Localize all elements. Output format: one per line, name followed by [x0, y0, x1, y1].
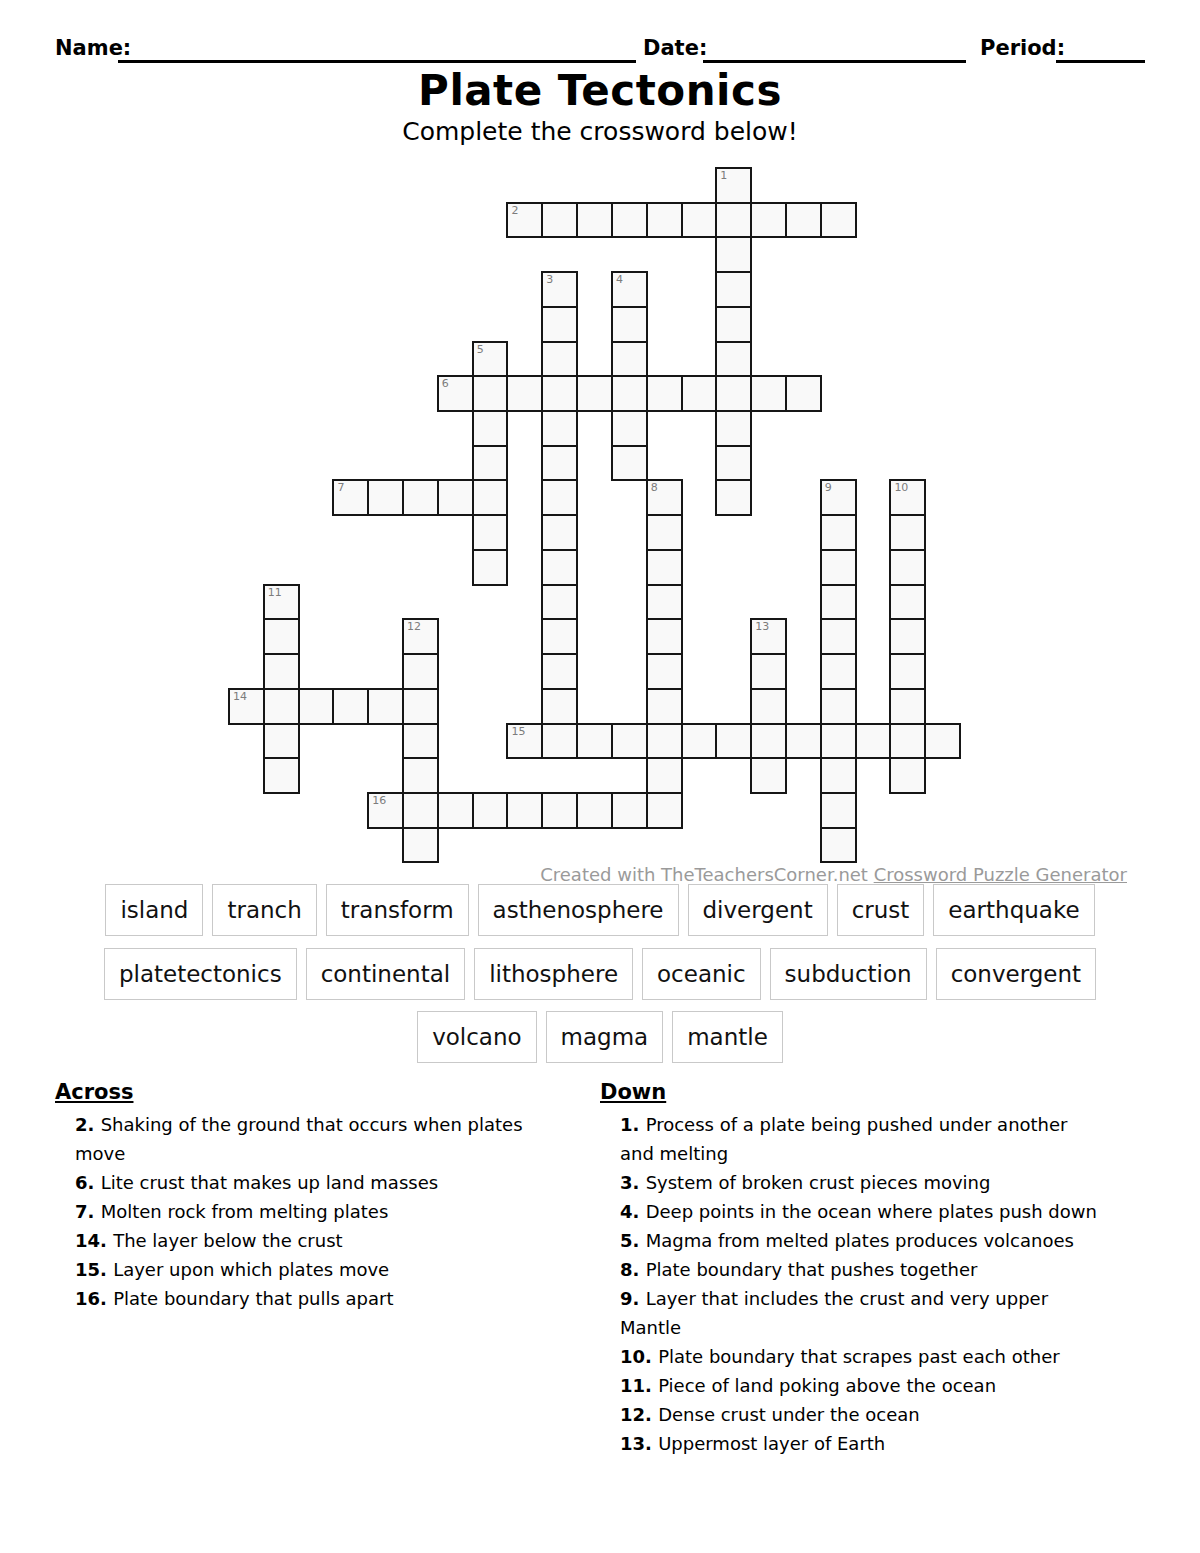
clue-number: 13 [755, 621, 769, 633]
clue-number-label: 6. [75, 1172, 101, 1193]
cell-r18-c12[interactable] [646, 792, 683, 829]
clue-number: 10 [894, 482, 908, 494]
cell-r10-c12[interactable] [646, 514, 683, 551]
cell-r13-c19[interactable] [889, 618, 926, 655]
date-label: Date: [643, 36, 707, 60]
clue-across-2: 2. Shaking of the ground that occurs whe… [75, 1110, 545, 1168]
clue-number-label: 3. [620, 1172, 646, 1193]
cell-r4-c14[interactable] [715, 306, 752, 343]
down-clue-list: 1. Process of a plate being pushed under… [600, 1110, 1105, 1458]
word-bank-item-asthenosphere: asthenosphere [478, 884, 679, 936]
word-bank-item-divergent: divergent [688, 884, 828, 936]
attribution-link[interactable]: Crossword Puzzle Generator [874, 864, 1127, 885]
cell-r6-c9[interactable] [541, 375, 578, 412]
cell-r9-c4[interactable] [367, 479, 404, 516]
cell-r16-c13[interactable] [681, 723, 718, 760]
cell-r8-c14[interactable] [715, 445, 752, 482]
cell-r12-c19[interactable] [889, 584, 926, 621]
name-blank-line[interactable] [118, 38, 636, 63]
cell-r5-c11[interactable] [611, 341, 648, 378]
across-clue-list: 2. Shaking of the ground that occurs whe… [55, 1110, 545, 1313]
cell-r1-c10[interactable] [576, 202, 613, 239]
cell-r10-c7[interactable] [472, 514, 509, 551]
cell-r16-c10[interactable] [576, 723, 613, 760]
clue-down-8: 8. Plate boundary that pushes together [620, 1255, 1105, 1284]
cell-r1-c12[interactable] [646, 202, 683, 239]
cell-r1-c17[interactable] [820, 202, 857, 239]
clue-across-16: 16. Plate boundary that pulls apart [75, 1284, 545, 1313]
cell-r15-c15[interactable] [750, 688, 787, 725]
word-bank-row-3: volcanomagmamantle [0, 1011, 1200, 1063]
cell-r15-c12[interactable] [646, 688, 683, 725]
worksheet-page: Name: Date: Period: Plate Tectonics Comp… [0, 0, 1200, 1553]
clue-number: 5 [477, 344, 484, 356]
word-bank-item-convergent: convergent [936, 948, 1096, 1000]
cell-r7-c9[interactable] [541, 410, 578, 447]
cell-r10-c19[interactable] [889, 514, 926, 551]
cell-r9-c5[interactable] [402, 479, 439, 516]
cell-r13-c5[interactable]: 12 [402, 618, 439, 655]
clue-number-label: 1. [620, 1114, 646, 1135]
cell-r2-c14[interactable] [715, 236, 752, 273]
cell-r16-c12[interactable] [646, 723, 683, 760]
clue-number-label: 14. [75, 1230, 113, 1251]
word-bank-item-transform: transform [326, 884, 469, 936]
cell-r13-c9[interactable] [541, 618, 578, 655]
word-bank-item-mantle: mantle [672, 1011, 783, 1063]
cell-r14-c19[interactable] [889, 653, 926, 690]
clue-number-label: 7. [75, 1201, 101, 1222]
word-bank-item-earthquake: earthquake [933, 884, 1094, 936]
cell-r12-c12[interactable] [646, 584, 683, 621]
cell-r6-c16[interactable] [785, 375, 822, 412]
clue-number-label: 2. [75, 1114, 101, 1135]
cell-r16-c20[interactable] [924, 723, 961, 760]
clue-number-label: 12. [620, 1404, 658, 1425]
clue-number: 15 [511, 726, 525, 738]
cell-r7-c14[interactable] [715, 410, 752, 447]
word-bank-item-subduction: subduction [770, 948, 927, 1000]
cell-r1-c8[interactable]: 2 [506, 202, 543, 239]
cell-r18-c4[interactable]: 16 [367, 792, 404, 829]
clue-down-12: 12. Dense crust under the ocean [620, 1400, 1105, 1429]
clue-across-14: 14. The layer below the crust [75, 1226, 545, 1255]
clue-number-label: 9. [620, 1288, 646, 1309]
cell-r16-c19[interactable] [889, 723, 926, 760]
clue-number: 7 [337, 482, 344, 494]
cell-r1-c11[interactable] [611, 202, 648, 239]
clue-number: 4 [616, 274, 623, 286]
cell-r9-c14[interactable] [715, 479, 752, 516]
cell-r1-c14[interactable] [715, 202, 752, 239]
clue-number-label: 11. [620, 1375, 658, 1396]
cell-r18-c10[interactable] [576, 792, 613, 829]
cell-r8-c7[interactable] [472, 445, 509, 482]
cell-r6-c15[interactable] [750, 375, 787, 412]
cell-r17-c15[interactable] [750, 757, 787, 794]
cell-r18-c8[interactable] [506, 792, 543, 829]
cell-r18-c7[interactable] [472, 792, 509, 829]
cell-r15-c9[interactable] [541, 688, 578, 725]
cell-r5-c14[interactable] [715, 341, 752, 378]
cell-r15-c5[interactable] [402, 688, 439, 725]
cell-r9-c9[interactable] [541, 479, 578, 516]
cell-r17-c5[interactable] [402, 757, 439, 794]
cell-r13-c17[interactable] [820, 618, 857, 655]
cell-r6-c10[interactable] [576, 375, 613, 412]
word-bank-row-2: platetectonicscontinentallithosphereocea… [0, 948, 1200, 1000]
cell-r16-c5[interactable] [402, 723, 439, 760]
cell-r4-c11[interactable] [611, 306, 648, 343]
clue-down-1: 1. Process of a plate being pushed under… [620, 1110, 1105, 1168]
cell-r13-c12[interactable] [646, 618, 683, 655]
cell-r9-c3[interactable]: 7 [332, 479, 369, 516]
cell-r14-c5[interactable] [402, 653, 439, 690]
clue-number: 6 [442, 378, 449, 390]
word-bank-item-magma: magma [546, 1011, 664, 1063]
cell-r16-c16[interactable] [785, 723, 822, 760]
cell-r16-c9[interactable] [541, 723, 578, 760]
cell-r15-c1[interactable] [263, 688, 300, 725]
cell-r11-c7[interactable] [472, 549, 509, 586]
cell-r11-c17[interactable] [820, 549, 857, 586]
cell-r7-c11[interactable] [611, 410, 648, 447]
cell-r16-c8[interactable]: 15 [506, 723, 543, 760]
cell-r11-c19[interactable] [889, 549, 926, 586]
cell-r6-c11[interactable] [611, 375, 648, 412]
clue-down-13: 13. Uppermost layer of Earth [620, 1429, 1105, 1458]
cell-r6-c13[interactable] [681, 375, 718, 412]
clue-number: 14 [233, 691, 247, 703]
cell-r6-c7[interactable] [472, 375, 509, 412]
cell-r6-c12[interactable] [646, 375, 683, 412]
clue-number: 16 [372, 795, 386, 807]
cell-r18-c6[interactable] [437, 792, 474, 829]
cell-r18-c9[interactable] [541, 792, 578, 829]
cell-r14-c12[interactable] [646, 653, 683, 690]
word-bank-item-platetectonics: platetectonics [104, 948, 297, 1000]
cell-r15-c3[interactable] [332, 688, 369, 725]
cell-r18-c11[interactable] [611, 792, 648, 829]
cell-r5-c7[interactable]: 5 [472, 341, 509, 378]
clue-number: 2 [511, 205, 518, 217]
cell-r15-c17[interactable] [820, 688, 857, 725]
period-label: Period: [980, 36, 1065, 60]
word-bank-item-crust: crust [837, 884, 925, 936]
cell-r15-c2[interactable] [298, 688, 335, 725]
clue-number: 12 [407, 621, 421, 633]
cell-r14-c9[interactable] [541, 653, 578, 690]
down-clues-section: Down 1. Process of a plate being pushed … [600, 1080, 1105, 1458]
period-blank-line[interactable] [1056, 38, 1145, 63]
cell-r17-c12[interactable] [646, 757, 683, 794]
clue-down-3: 3. System of broken crust pieces moving [620, 1168, 1105, 1197]
cell-r1-c16[interactable] [785, 202, 822, 239]
clue-number-label: 13. [620, 1433, 658, 1454]
cell-r19-c17[interactable] [820, 827, 857, 864]
cell-r16-c11[interactable] [611, 723, 648, 760]
word-bank-row-1: islandtranchtransformasthenospherediverg… [0, 884, 1200, 936]
cell-r16-c18[interactable] [855, 723, 892, 760]
cell-r12-c1[interactable]: 11 [263, 584, 300, 621]
cell-r1-c13[interactable] [681, 202, 718, 239]
cell-r6-c14[interactable] [715, 375, 752, 412]
clue-down-11: 11. Piece of land poking above the ocean [620, 1371, 1105, 1400]
attribution-text: Created with TheTeachersCorner.net [540, 864, 873, 885]
cell-r16-c14[interactable] [715, 723, 752, 760]
clue-down-10: 10. Plate boundary that scrapes past eac… [620, 1342, 1105, 1371]
cell-r11-c9[interactable] [541, 549, 578, 586]
cell-r9-c12[interactable]: 8 [646, 479, 683, 516]
page-subtitle: Complete the crossword below! [0, 117, 1200, 146]
word-bank-item-island: island [105, 884, 203, 936]
cell-r4-c9[interactable] [541, 306, 578, 343]
cell-r18-c17[interactable] [820, 792, 857, 829]
across-heading: Across [55, 1080, 545, 1104]
page-title: Plate Tectonics [0, 66, 1200, 115]
cell-r0-c14[interactable]: 1 [715, 167, 752, 204]
cell-r1-c9[interactable] [541, 202, 578, 239]
cell-r3-c11[interactable]: 4 [611, 271, 648, 308]
cell-r11-c12[interactable] [646, 549, 683, 586]
clue-number-label: 8. [620, 1259, 646, 1280]
word-bank-item-tranch: tranch [212, 884, 316, 936]
cell-r8-c11[interactable] [611, 445, 648, 482]
attribution: Created with TheTeachersCorner.net Cross… [0, 864, 1127, 885]
word-bank-item-volcano: volcano [417, 1011, 536, 1063]
cell-r7-c7[interactable] [472, 410, 509, 447]
clue-down-4: 4. Deep points in the ocean where plates… [620, 1197, 1105, 1226]
cell-r16-c1[interactable] [263, 723, 300, 760]
cell-r14-c15[interactable] [750, 653, 787, 690]
cell-r6-c6[interactable]: 6 [437, 375, 474, 412]
cell-r5-c9[interactable] [541, 341, 578, 378]
cell-r10-c17[interactable] [820, 514, 857, 551]
clue-number-label: 16. [75, 1288, 113, 1309]
cell-r8-c9[interactable] [541, 445, 578, 482]
clue-across-6: 6. Lite crust that makes up land masses [75, 1168, 545, 1197]
cell-r3-c9[interactable]: 3 [541, 271, 578, 308]
cell-r15-c19[interactable] [889, 688, 926, 725]
cell-r6-c8[interactable] [506, 375, 543, 412]
cell-r14-c17[interactable] [820, 653, 857, 690]
cell-r19-c5[interactable] [402, 827, 439, 864]
cell-r16-c17[interactable] [820, 723, 857, 760]
clue-number: 8 [651, 482, 658, 494]
clue-across-7: 7. Molten rock from melting plates [75, 1197, 545, 1226]
cell-r12-c17[interactable] [820, 584, 857, 621]
clue-across-15: 15. Layer upon which plates move [75, 1255, 545, 1284]
cell-r9-c19[interactable]: 10 [889, 479, 926, 516]
clue-number-label: 15. [75, 1259, 113, 1280]
clue-number: 11 [268, 587, 282, 599]
cell-r10-c9[interactable] [541, 514, 578, 551]
cell-r18-c5[interactable] [402, 792, 439, 829]
across-clues-section: Across 2. Shaking of the ground that occ… [55, 1080, 545, 1313]
clue-number-label: 5. [620, 1230, 646, 1251]
cell-r17-c17[interactable] [820, 757, 857, 794]
cell-r15-c4[interactable] [367, 688, 404, 725]
word-bank-item-continental: continental [306, 948, 466, 1000]
cell-r9-c7[interactable] [472, 479, 509, 516]
cell-r16-c15[interactable] [750, 723, 787, 760]
clue-down-5: 5. Magma from melted plates produces vol… [620, 1226, 1105, 1255]
clue-down-9: 9. Layer that includes the crust and ver… [620, 1284, 1105, 1342]
cell-r9-c17[interactable]: 9 [820, 479, 857, 516]
cell-r14-c1[interactable] [263, 653, 300, 690]
clue-number-label: 10. [620, 1346, 658, 1367]
clue-number-label: 4. [620, 1201, 646, 1222]
clue-number: 1 [720, 170, 727, 182]
cell-r3-c14[interactable] [715, 271, 752, 308]
word-bank-item-lithosphere: lithosphere [474, 948, 633, 1000]
cell-r9-c6[interactable] [437, 479, 474, 516]
cell-r17-c1[interactable] [263, 757, 300, 794]
cell-r17-c19[interactable] [889, 757, 926, 794]
down-heading: Down [600, 1080, 1105, 1104]
cell-r13-c15[interactable]: 13 [750, 618, 787, 655]
clue-number: 9 [825, 482, 832, 494]
crossword-grid: 12345678910111213141516 [228, 167, 962, 865]
cell-r13-c1[interactable] [263, 618, 300, 655]
cell-r12-c9[interactable] [541, 584, 578, 621]
cell-r1-c15[interactable] [750, 202, 787, 239]
clue-number: 3 [546, 274, 553, 286]
cell-r15-c0[interactable]: 14 [228, 688, 265, 725]
date-blank-line[interactable] [703, 38, 966, 63]
word-bank-item-oceanic: oceanic [642, 948, 761, 1000]
